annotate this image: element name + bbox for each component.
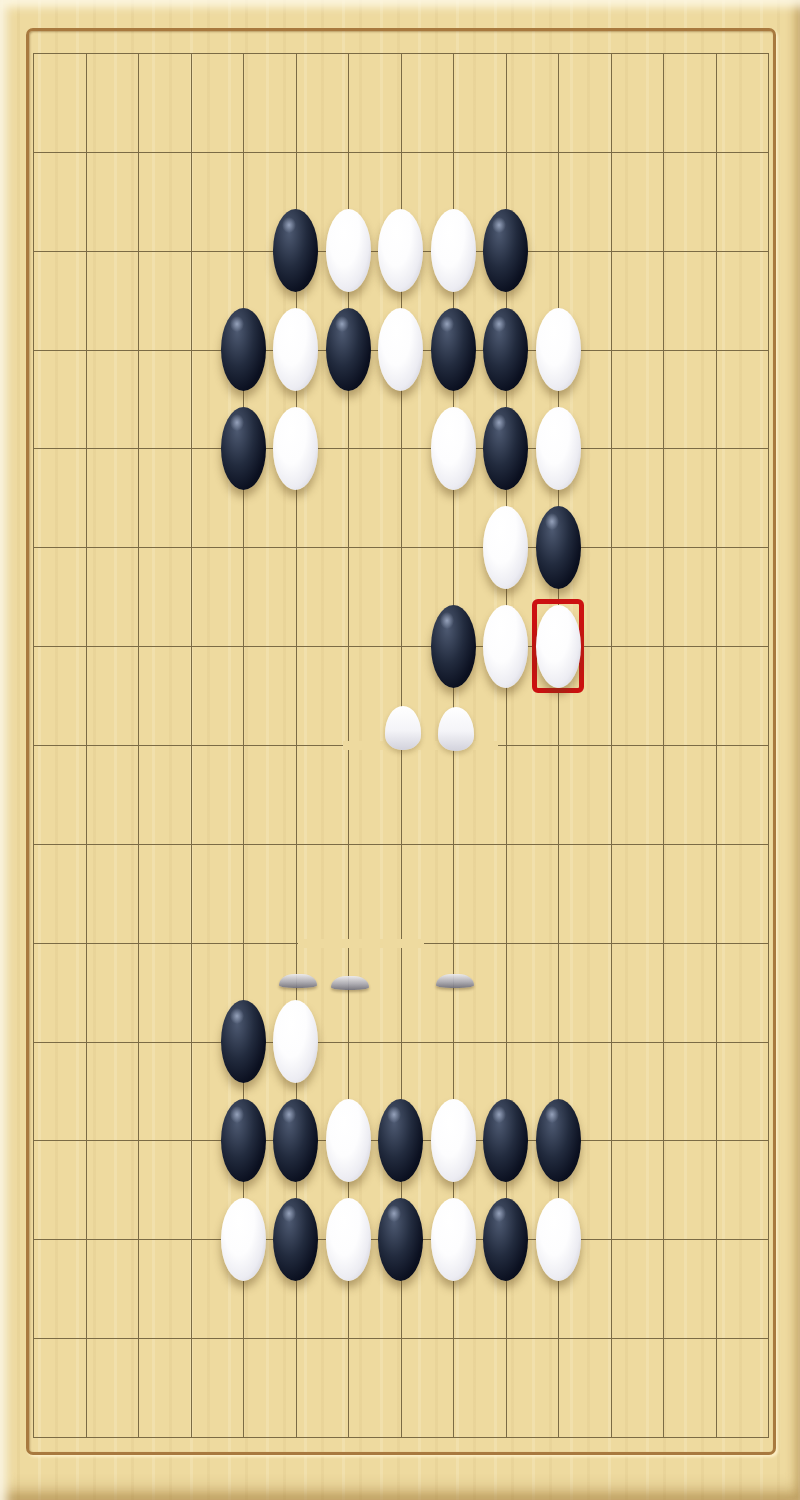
intersection[interactable] — [121, 615, 155, 677]
intersection[interactable] — [121, 121, 155, 183]
intersection[interactable] — [331, 220, 365, 282]
intersection[interactable] — [174, 220, 208, 282]
intersection[interactable] — [174, 1109, 208, 1171]
intersection[interactable] — [751, 417, 785, 479]
intersection[interactable] — [331, 1109, 365, 1171]
intersection[interactable] — [489, 813, 523, 875]
intersection[interactable] — [699, 912, 733, 974]
intersection[interactable] — [699, 417, 733, 479]
intersection[interactable] — [226, 1109, 260, 1171]
ghost-stone-sliver — [436, 974, 474, 988]
intersection[interactable] — [174, 615, 208, 677]
intersection[interactable] — [489, 1208, 523, 1270]
intersection[interactable] — [16, 22, 50, 84]
intersection[interactable] — [541, 1208, 575, 1270]
intersection[interactable] — [16, 714, 50, 776]
intersection[interactable] — [331, 516, 365, 578]
intersection[interactable] — [226, 813, 260, 875]
intersection[interactable] — [121, 813, 155, 875]
intersection[interactable] — [541, 1406, 575, 1468]
intersection[interactable] — [646, 417, 680, 479]
intersection[interactable] — [384, 516, 418, 578]
intersection[interactable] — [174, 714, 208, 776]
intersection[interactable] — [16, 1011, 50, 1073]
intersection[interactable] — [279, 1406, 313, 1468]
intersection[interactable] — [594, 516, 628, 578]
intersection[interactable] — [594, 220, 628, 282]
intersection[interactable] — [69, 417, 103, 479]
intersection[interactable] — [226, 22, 260, 84]
intersection[interactable] — [436, 319, 470, 381]
intersection[interactable] — [69, 1307, 103, 1369]
intersection[interactable] — [331, 1208, 365, 1270]
intersection[interactable] — [541, 417, 575, 479]
intersection[interactable] — [226, 1011, 260, 1073]
intersection[interactable] — [489, 1109, 523, 1171]
intersection[interactable] — [331, 319, 365, 381]
intersection[interactable] — [384, 615, 418, 677]
intersection[interactable] — [436, 912, 470, 974]
intersection[interactable] — [646, 615, 680, 677]
intersection[interactable] — [646, 1307, 680, 1369]
intersection[interactable] — [69, 813, 103, 875]
intersection[interactable] — [594, 121, 628, 183]
intersection[interactable] — [436, 516, 470, 578]
missing-line-segment — [343, 741, 498, 750]
intersection[interactable] — [121, 220, 155, 282]
intersection[interactable] — [489, 714, 523, 776]
intersection[interactable] — [174, 417, 208, 479]
intersection[interactable] — [646, 1011, 680, 1073]
intersection[interactable] — [699, 121, 733, 183]
intersection[interactable] — [489, 121, 523, 183]
intersection[interactable] — [751, 912, 785, 974]
intersection[interactable] — [646, 714, 680, 776]
intersection[interactable] — [751, 1307, 785, 1369]
intersection[interactable] — [541, 615, 575, 677]
intersection[interactable] — [594, 615, 628, 677]
intersection[interactable] — [699, 22, 733, 84]
intersection[interactable] — [279, 319, 313, 381]
intersection[interactable] — [541, 121, 575, 183]
intersection[interactable] — [331, 1307, 365, 1369]
intersection[interactable] — [331, 417, 365, 479]
intersection[interactable] — [436, 1406, 470, 1468]
intersection[interactable] — [279, 516, 313, 578]
intersection[interactable] — [226, 1208, 260, 1270]
intersection[interactable] — [699, 319, 733, 381]
intersection[interactable] — [751, 220, 785, 282]
intersection[interactable] — [646, 220, 680, 282]
intersection[interactable] — [121, 714, 155, 776]
intersection[interactable] — [69, 1208, 103, 1270]
intersection[interactable] — [384, 417, 418, 479]
intersection[interactable] — [489, 319, 523, 381]
intersection[interactable] — [279, 1307, 313, 1369]
intersection[interactable] — [226, 615, 260, 677]
intersection[interactable] — [279, 912, 313, 974]
intersection[interactable] — [384, 1109, 418, 1171]
intersection[interactable] — [489, 1307, 523, 1369]
intersection[interactable] — [541, 714, 575, 776]
intersection[interactable] — [646, 516, 680, 578]
intersection[interactable] — [594, 1406, 628, 1468]
intersection[interactable] — [436, 22, 470, 84]
intersection[interactable] — [594, 319, 628, 381]
intersection[interactable] — [384, 1011, 418, 1073]
intersection[interactable] — [436, 813, 470, 875]
intersection[interactable] — [751, 1011, 785, 1073]
intersection[interactable] — [121, 22, 155, 84]
intersection[interactable] — [226, 121, 260, 183]
intersection[interactable] — [489, 1011, 523, 1073]
intersection[interactable] — [16, 319, 50, 381]
intersection[interactable] — [384, 220, 418, 282]
intersection[interactable] — [226, 220, 260, 282]
intersection[interactable] — [436, 714, 470, 776]
intersection[interactable] — [174, 22, 208, 84]
intersection[interactable] — [646, 1406, 680, 1468]
intersection[interactable] — [751, 714, 785, 776]
intersection[interactable] — [279, 1109, 313, 1171]
intersection[interactable] — [226, 516, 260, 578]
ghost-stone-sliver — [279, 974, 317, 988]
intersection[interactable] — [541, 912, 575, 974]
intersection[interactable] — [174, 1208, 208, 1270]
intersection[interactable] — [226, 417, 260, 479]
intersection[interactable] — [331, 1011, 365, 1073]
intersection[interactable] — [436, 220, 470, 282]
intersection[interactable] — [226, 1406, 260, 1468]
intersection[interactable] — [16, 813, 50, 875]
intersection[interactable] — [646, 319, 680, 381]
intersection[interactable] — [16, 516, 50, 578]
intersection[interactable] — [69, 615, 103, 677]
intersection[interactable] — [331, 1406, 365, 1468]
intersection[interactable] — [541, 220, 575, 282]
intersection[interactable] — [279, 1011, 313, 1073]
intersection[interactable] — [279, 220, 313, 282]
intersection[interactable] — [594, 912, 628, 974]
intersection[interactable] — [594, 1011, 628, 1073]
intersection[interactable] — [699, 1406, 733, 1468]
intersection[interactable] — [699, 220, 733, 282]
intersection[interactable] — [751, 813, 785, 875]
intersection[interactable] — [489, 516, 523, 578]
intersection[interactable] — [646, 1208, 680, 1270]
intersection[interactable] — [489, 615, 523, 677]
intersection[interactable] — [646, 22, 680, 84]
intersection[interactable] — [699, 516, 733, 578]
intersection[interactable] — [331, 714, 365, 776]
intersection[interactable] — [751, 516, 785, 578]
intersection[interactable] — [121, 516, 155, 578]
intersection[interactable] — [121, 1307, 155, 1369]
intersection[interactable] — [436, 417, 470, 479]
intersection[interactable] — [279, 121, 313, 183]
intersection[interactable] — [279, 1208, 313, 1270]
intersection[interactable] — [226, 714, 260, 776]
intersection[interactable] — [121, 417, 155, 479]
intersection[interactable] — [16, 1406, 50, 1468]
intersection[interactable] — [594, 22, 628, 84]
ghost-stone-sliver — [331, 976, 369, 990]
intersection[interactable] — [541, 813, 575, 875]
intersection[interactable] — [489, 912, 523, 974]
intersection[interactable] — [436, 1208, 470, 1270]
intersection[interactable] — [331, 615, 365, 677]
intersection[interactable] — [384, 1208, 418, 1270]
intersection[interactable] — [751, 1109, 785, 1171]
intersection[interactable] — [69, 714, 103, 776]
intersection[interactable] — [699, 1307, 733, 1369]
intersection[interactable] — [436, 1307, 470, 1369]
intersection[interactable] — [384, 714, 418, 776]
intersection[interactable] — [436, 121, 470, 183]
intersection[interactable] — [751, 319, 785, 381]
intersection[interactable] — [16, 1208, 50, 1270]
intersection[interactable] — [16, 615, 50, 677]
intersection[interactable] — [174, 1307, 208, 1369]
intersection[interactable] — [279, 615, 313, 677]
intersection[interactable] — [226, 1307, 260, 1369]
intersection[interactable] — [751, 1406, 785, 1468]
intersection[interactable] — [69, 319, 103, 381]
intersection[interactable] — [384, 1406, 418, 1468]
intersection[interactable] — [594, 813, 628, 875]
intersection[interactable] — [699, 714, 733, 776]
intersection[interactable] — [541, 1109, 575, 1171]
intersection[interactable] — [699, 1208, 733, 1270]
intersection[interactable] — [174, 1011, 208, 1073]
intersection[interactable] — [436, 1011, 470, 1073]
intersection[interactable] — [384, 22, 418, 84]
intersection[interactable] — [174, 1406, 208, 1468]
intersection[interactable] — [69, 22, 103, 84]
intersection[interactable] — [121, 1011, 155, 1073]
intersection[interactable] — [541, 22, 575, 84]
intersection[interactable] — [16, 912, 50, 974]
intersection[interactable] — [174, 121, 208, 183]
intersection[interactable] — [541, 1307, 575, 1369]
intersection[interactable] — [174, 813, 208, 875]
intersection[interactable] — [69, 1406, 103, 1468]
intersection[interactable] — [699, 813, 733, 875]
intersection[interactable] — [279, 813, 313, 875]
intersection[interactable] — [646, 121, 680, 183]
intersection[interactable] — [751, 615, 785, 677]
intersection[interactable] — [121, 1208, 155, 1270]
intersection[interactable] — [174, 912, 208, 974]
intersection[interactable] — [69, 220, 103, 282]
intersection[interactable] — [384, 1307, 418, 1369]
intersection[interactable] — [331, 813, 365, 875]
intersection[interactable] — [594, 714, 628, 776]
intersection[interactable] — [279, 417, 313, 479]
intersection[interactable] — [279, 714, 313, 776]
intersection[interactable] — [541, 516, 575, 578]
intersection[interactable] — [174, 319, 208, 381]
intersection[interactable] — [69, 121, 103, 183]
intersection[interactable] — [226, 319, 260, 381]
intersection[interactable] — [594, 1109, 628, 1171]
intersection[interactable] — [16, 417, 50, 479]
intersection[interactable] — [331, 912, 365, 974]
intersection[interactable] — [699, 1011, 733, 1073]
intersection[interactable] — [16, 121, 50, 183]
intersection[interactable] — [384, 813, 418, 875]
intersection[interactable] — [174, 516, 208, 578]
intersection[interactable] — [121, 1109, 155, 1171]
intersection[interactable] — [646, 912, 680, 974]
intersection[interactable] — [16, 1109, 50, 1171]
intersection[interactable] — [384, 319, 418, 381]
intersection[interactable] — [541, 319, 575, 381]
intersection[interactable] — [489, 220, 523, 282]
intersection[interactable] — [594, 1208, 628, 1270]
intersection[interactable] — [541, 1011, 575, 1073]
intersection[interactable] — [121, 912, 155, 974]
intersection[interactable] — [16, 1307, 50, 1369]
intersection[interactable] — [16, 220, 50, 282]
intersection[interactable] — [646, 1109, 680, 1171]
intersection[interactable] — [699, 615, 733, 677]
intersection[interactable] — [646, 813, 680, 875]
intersection[interactable] — [384, 121, 418, 183]
intersection[interactable] — [699, 1109, 733, 1171]
intersection[interactable] — [751, 121, 785, 183]
intersection[interactable] — [751, 1208, 785, 1270]
intersection[interactable] — [69, 1011, 103, 1073]
intersection[interactable] — [226, 912, 260, 974]
intersection[interactable] — [594, 417, 628, 479]
intersection[interactable] — [489, 1406, 523, 1468]
intersection[interactable] — [331, 121, 365, 183]
intersection[interactable] — [121, 1406, 155, 1468]
intersection[interactable] — [751, 22, 785, 84]
intersection[interactable] — [331, 22, 365, 84]
intersection[interactable] — [69, 1109, 103, 1171]
intersection[interactable] — [69, 912, 103, 974]
intersection[interactable] — [436, 615, 470, 677]
intersection[interactable] — [384, 912, 418, 974]
intersection[interactable] — [69, 516, 103, 578]
intersection[interactable] — [121, 319, 155, 381]
intersection[interactable] — [489, 417, 523, 479]
intersection[interactable] — [279, 22, 313, 84]
intersection[interactable] — [489, 22, 523, 84]
intersection[interactable] — [594, 1307, 628, 1369]
goban — [0, 0, 800, 1500]
intersection[interactable] — [436, 1109, 470, 1171]
